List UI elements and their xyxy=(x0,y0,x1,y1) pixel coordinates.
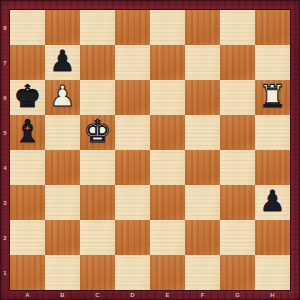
square-d6[interactable] xyxy=(115,80,150,115)
file-label-c: C xyxy=(80,290,115,300)
square-b1[interactable] xyxy=(45,255,80,290)
board-grid: ♟♚♟♜♝♚♟ xyxy=(10,10,290,290)
square-b5[interactable] xyxy=(45,115,80,150)
white-king-c5[interactable]: ♚ xyxy=(84,115,112,149)
square-d1[interactable] xyxy=(115,255,150,290)
file-label-b: B xyxy=(45,290,80,300)
square-e5[interactable] xyxy=(150,115,185,150)
black-king-a6[interactable]: ♚ xyxy=(14,80,42,114)
square-h6[interactable]: ♜ xyxy=(255,80,290,115)
square-e3[interactable] xyxy=(150,185,185,220)
rank-label-5: 5 xyxy=(0,115,10,150)
square-f8[interactable] xyxy=(185,10,220,45)
rank-label-6: 6 xyxy=(0,80,10,115)
square-g5[interactable] xyxy=(220,115,255,150)
square-d8[interactable] xyxy=(115,10,150,45)
square-e1[interactable] xyxy=(150,255,185,290)
file-label-a: A xyxy=(10,290,45,300)
square-a7[interactable] xyxy=(10,45,45,80)
square-c3[interactable] xyxy=(80,185,115,220)
white-rook-h6[interactable]: ♜ xyxy=(259,80,287,114)
square-f1[interactable] xyxy=(185,255,220,290)
square-d5[interactable] xyxy=(115,115,150,150)
square-a4[interactable] xyxy=(10,150,45,185)
square-g6[interactable] xyxy=(220,80,255,115)
square-b2[interactable] xyxy=(45,220,80,255)
rank-label-3: 3 xyxy=(0,185,10,220)
square-h7[interactable] xyxy=(255,45,290,80)
square-b8[interactable] xyxy=(45,10,80,45)
square-c4[interactable] xyxy=(80,150,115,185)
rank-label-1: 1 xyxy=(0,255,10,290)
square-g8[interactable] xyxy=(220,10,255,45)
square-a2[interactable] xyxy=(10,220,45,255)
square-b6[interactable]: ♟ xyxy=(45,80,80,115)
square-e8[interactable] xyxy=(150,10,185,45)
square-h8[interactable] xyxy=(255,10,290,45)
square-e4[interactable] xyxy=(150,150,185,185)
square-b7[interactable]: ♟ xyxy=(45,45,80,80)
chess-board-diagram: ♟♚♟♜♝♚♟ 87654321ABCDEFGH xyxy=(0,0,300,300)
rank-label-8: 8 xyxy=(0,10,10,45)
square-h1[interactable] xyxy=(255,255,290,290)
file-label-h: H xyxy=(255,290,290,300)
file-label-e: E xyxy=(150,290,185,300)
square-f5[interactable] xyxy=(185,115,220,150)
black-pawn-b7[interactable]: ♟ xyxy=(50,45,76,79)
square-b3[interactable] xyxy=(45,185,80,220)
black-bishop-a5[interactable]: ♝ xyxy=(14,115,42,149)
square-d4[interactable] xyxy=(115,150,150,185)
square-a1[interactable] xyxy=(10,255,45,290)
square-f6[interactable] xyxy=(185,80,220,115)
file-label-f: F xyxy=(185,290,220,300)
square-a6[interactable]: ♚ xyxy=(10,80,45,115)
square-g7[interactable] xyxy=(220,45,255,80)
square-d7[interactable] xyxy=(115,45,150,80)
square-c5[interactable]: ♚ xyxy=(80,115,115,150)
square-h3[interactable]: ♟ xyxy=(255,185,290,220)
square-b4[interactable] xyxy=(45,150,80,185)
square-e7[interactable] xyxy=(150,45,185,80)
square-d3[interactable] xyxy=(115,185,150,220)
square-c2[interactable] xyxy=(80,220,115,255)
square-e2[interactable] xyxy=(150,220,185,255)
rank-label-7: 7 xyxy=(0,45,10,80)
white-pawn-b6[interactable]: ♟ xyxy=(50,80,76,114)
square-h5[interactable] xyxy=(255,115,290,150)
square-f3[interactable] xyxy=(185,185,220,220)
rank-label-4: 4 xyxy=(0,150,10,185)
square-a8[interactable] xyxy=(10,10,45,45)
file-label-g: G xyxy=(220,290,255,300)
square-c1[interactable] xyxy=(80,255,115,290)
black-pawn-h3[interactable]: ♟ xyxy=(260,185,286,219)
square-d2[interactable] xyxy=(115,220,150,255)
square-g3[interactable] xyxy=(220,185,255,220)
square-c7[interactable] xyxy=(80,45,115,80)
square-h2[interactable] xyxy=(255,220,290,255)
square-h4[interactable] xyxy=(255,150,290,185)
square-g2[interactable] xyxy=(220,220,255,255)
square-g4[interactable] xyxy=(220,150,255,185)
square-f2[interactable] xyxy=(185,220,220,255)
square-a3[interactable] xyxy=(10,185,45,220)
rank-label-2: 2 xyxy=(0,220,10,255)
file-label-d: D xyxy=(115,290,150,300)
square-f4[interactable] xyxy=(185,150,220,185)
square-a5[interactable]: ♝ xyxy=(10,115,45,150)
square-e6[interactable] xyxy=(150,80,185,115)
square-c6[interactable] xyxy=(80,80,115,115)
square-c8[interactable] xyxy=(80,10,115,45)
square-f7[interactable] xyxy=(185,45,220,80)
square-g1[interactable] xyxy=(220,255,255,290)
